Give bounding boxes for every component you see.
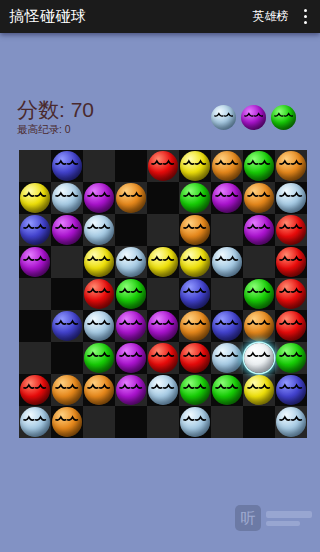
- ball-orange[interactable]: [84, 375, 114, 405]
- board-cell-r3c4[interactable]: [115, 214, 147, 246]
- closed-eyes-icon: [87, 286, 110, 295]
- best-record-text: 最高纪录: 0: [17, 123, 71, 137]
- ball-purple[interactable]: [212, 183, 242, 213]
- board-cell-r8c2[interactable]: [51, 374, 83, 406]
- ball-lightblue[interactable]: [180, 407, 210, 437]
- board-cell-r3c9[interactable]: [275, 214, 307, 246]
- board-cell-r7c8[interactable]: [243, 342, 275, 374]
- board-cell-r4c2[interactable]: [51, 246, 83, 278]
- closed-eyes-icon: [55, 158, 78, 167]
- closed-eyes-icon: [247, 222, 270, 231]
- app-title: 搞怪碰碰球: [9, 7, 87, 26]
- ball-green[interactable]: [276, 343, 306, 373]
- ball-white-selected[interactable]: [244, 343, 274, 373]
- board-cell-r4c3[interactable]: [83, 246, 115, 278]
- ball-red[interactable]: [276, 311, 306, 341]
- ball-orange[interactable]: [180, 215, 210, 245]
- ball-yellow[interactable]: [180, 247, 210, 277]
- closed-eyes-icon: [23, 382, 46, 391]
- leaderboard-button[interactable]: 英雄榜: [245, 2, 297, 31]
- board-cell-r5c5[interactable]: [147, 278, 179, 310]
- board-cell-r5c3[interactable]: [83, 278, 115, 310]
- board-cell-r7c5[interactable]: [147, 342, 179, 374]
- closed-eyes-icon: [183, 350, 206, 359]
- closed-eyes-icon: [215, 382, 238, 391]
- ball-blue[interactable]: [180, 279, 210, 309]
- ball-orange[interactable]: [244, 311, 274, 341]
- board-cell-r1c1[interactable]: [19, 150, 51, 182]
- ball-lightblue[interactable]: [212, 343, 242, 373]
- ball-lightblue[interactable]: [52, 183, 82, 213]
- board-cell-r9c2[interactable]: [51, 406, 83, 438]
- closed-eyes-icon: [55, 222, 78, 231]
- closed-eyes-icon: [247, 286, 270, 295]
- watermark-icon: 听: [235, 505, 261, 531]
- board-cell-r2c8[interactable]: [243, 182, 275, 214]
- board-cell-r2c9[interactable]: [275, 182, 307, 214]
- ball-green[interactable]: [244, 151, 274, 181]
- closed-eyes-icon: [87, 318, 110, 327]
- ball-red[interactable]: [180, 343, 210, 373]
- ball-lightblue[interactable]: [148, 375, 178, 405]
- closed-eyes-icon: [279, 414, 302, 423]
- board-cell-r8c7[interactable]: [211, 374, 243, 406]
- board-cell-r4c4[interactable]: [115, 246, 147, 278]
- board-cell-r1c3[interactable]: [83, 150, 115, 182]
- ball-orange[interactable]: [52, 375, 82, 405]
- board-cell-r5c4[interactable]: [115, 278, 147, 310]
- ball-purple[interactable]: [244, 215, 274, 245]
- ball-lightblue: [211, 105, 236, 130]
- board-cell-r4c6[interactable]: [179, 246, 211, 278]
- ball-red[interactable]: [276, 279, 306, 309]
- board-cell-r7c4[interactable]: [115, 342, 147, 374]
- closed-eyes-icon: [279, 350, 302, 359]
- ball-purple[interactable]: [52, 215, 82, 245]
- closed-eyes-icon: [183, 286, 206, 295]
- board-cell-r5c1[interactable]: [19, 278, 51, 310]
- board-cell-r2c4[interactable]: [115, 182, 147, 214]
- closed-eyes-icon: [183, 318, 206, 327]
- ball-purple[interactable]: [116, 375, 146, 405]
- board-cell-r9c3[interactable]: [83, 406, 115, 438]
- closed-eyes-icon: [23, 254, 46, 263]
- next-balls-preview: [211, 105, 296, 130]
- ball-yellow[interactable]: [180, 151, 210, 181]
- board-cell-r8c9[interactable]: [275, 374, 307, 406]
- closed-eyes-icon: [274, 111, 294, 118]
- app-bar: 搞怪碰碰球 英雄榜: [0, 0, 320, 33]
- closed-eyes-icon: [279, 254, 302, 263]
- closed-eyes-icon: [247, 382, 270, 391]
- closed-eyes-icon: [119, 286, 142, 295]
- board-cell-r5c7[interactable]: [211, 278, 243, 310]
- board-cell-r5c9[interactable]: [275, 278, 307, 310]
- ball-yellow[interactable]: [20, 183, 50, 213]
- ball-lightblue[interactable]: [84, 311, 114, 341]
- closed-eyes-icon: [244, 111, 264, 118]
- closed-eyes-icon: [214, 111, 234, 118]
- closed-eyes-icon: [119, 190, 142, 199]
- board-cell-r6c7[interactable]: [211, 310, 243, 342]
- ball-green[interactable]: [180, 375, 210, 405]
- closed-eyes-icon: [247, 158, 270, 167]
- board-cell-r5c2[interactable]: [51, 278, 83, 310]
- watermark-text-lines: [266, 511, 312, 526]
- board-cell-r3c5[interactable]: [147, 214, 179, 246]
- board-cell-r1c8[interactable]: [243, 150, 275, 182]
- board-cell-r6c4[interactable]: [115, 310, 147, 342]
- board-cell-r2c2[interactable]: [51, 182, 83, 214]
- closed-eyes-icon: [279, 222, 302, 231]
- board-cell-r1c7[interactable]: [211, 150, 243, 182]
- ball-green: [271, 105, 296, 130]
- board-cell-r5c6[interactable]: [179, 278, 211, 310]
- board-cell-r2c5[interactable]: [147, 182, 179, 214]
- board-cell-r5c8[interactable]: [243, 278, 275, 310]
- closed-eyes-icon: [151, 318, 174, 327]
- closed-eyes-icon: [183, 222, 206, 231]
- closed-eyes-icon: [87, 222, 110, 231]
- board-cell-r6c1[interactable]: [19, 310, 51, 342]
- board-cell-r6c9[interactable]: [275, 310, 307, 342]
- ball-lightblue[interactable]: [84, 215, 114, 245]
- closed-eyes-icon: [151, 254, 174, 263]
- ball-red[interactable]: [148, 151, 178, 181]
- ball-purple[interactable]: [84, 183, 114, 213]
- ball-lightblue[interactable]: [276, 407, 306, 437]
- ball-red[interactable]: [84, 279, 114, 309]
- closed-eyes-icon: [55, 318, 78, 327]
- ball-lightblue[interactable]: [116, 247, 146, 277]
- board-cell-r9c4[interactable]: [115, 406, 147, 438]
- board-cell-r8c5[interactable]: [147, 374, 179, 406]
- ball-blue[interactable]: [20, 215, 50, 245]
- board-cell-r3c8[interactable]: [243, 214, 275, 246]
- ball-purple[interactable]: [116, 343, 146, 373]
- ball-red[interactable]: [148, 343, 178, 373]
- ball-lightblue[interactable]: [276, 183, 306, 213]
- closed-eyes-icon: [215, 318, 238, 327]
- board-cell-r7c1[interactable]: [19, 342, 51, 374]
- board-cell-r6c5[interactable]: [147, 310, 179, 342]
- board-cell-r7c2[interactable]: [51, 342, 83, 374]
- board-cell-r8c1[interactable]: [19, 374, 51, 406]
- ball-orange[interactable]: [212, 151, 242, 181]
- board-cell-r7c7[interactable]: [211, 342, 243, 374]
- ball-purple: [241, 105, 266, 130]
- closed-eyes-icon: [23, 190, 46, 199]
- closed-eyes-icon: [279, 286, 302, 295]
- overflow-menu-icon[interactable]: [297, 4, 315, 30]
- board-cell-r3c1[interactable]: [19, 214, 51, 246]
- board-cell-r2c3[interactable]: [83, 182, 115, 214]
- ball-green[interactable]: [244, 279, 274, 309]
- board-cell-r7c6[interactable]: [179, 342, 211, 374]
- watermark: 听: [235, 505, 312, 531]
- ball-orange[interactable]: [180, 311, 210, 341]
- ball-lightblue[interactable]: [212, 247, 242, 277]
- board-cell-r8c6[interactable]: [179, 374, 211, 406]
- board-cell-r6c3[interactable]: [83, 310, 115, 342]
- board-cell-r4c5[interactable]: [147, 246, 179, 278]
- ball-yellow[interactable]: [148, 247, 178, 277]
- closed-eyes-icon: [215, 350, 238, 359]
- board-cell-r1c9[interactable]: [275, 150, 307, 182]
- board-cell-r7c9[interactable]: [275, 342, 307, 374]
- board-cell-r8c8[interactable]: [243, 374, 275, 406]
- ball-blue[interactable]: [276, 375, 306, 405]
- closed-eyes-icon: [55, 414, 78, 423]
- ball-orange[interactable]: [116, 183, 146, 213]
- ball-purple[interactable]: [20, 247, 50, 277]
- closed-eyes-icon: [183, 414, 206, 423]
- board-cell-r4c1[interactable]: [19, 246, 51, 278]
- ball-red[interactable]: [20, 375, 50, 405]
- ball-purple[interactable]: [148, 311, 178, 341]
- board-cell-r9c6[interactable]: [179, 406, 211, 438]
- ball-yellow[interactable]: [84, 247, 114, 277]
- closed-eyes-icon: [87, 350, 110, 359]
- score-text: 分数: 70: [17, 96, 94, 124]
- board-cell-r1c4[interactable]: [115, 150, 147, 182]
- ball-yellow[interactable]: [244, 375, 274, 405]
- closed-eyes-icon: [119, 318, 142, 327]
- closed-eyes-icon: [279, 158, 302, 167]
- closed-eyes-icon: [23, 222, 46, 231]
- board-cell-r9c5[interactable]: [147, 406, 179, 438]
- closed-eyes-icon: [183, 190, 206, 199]
- closed-eyes-icon: [279, 382, 302, 391]
- ball-orange[interactable]: [52, 407, 82, 437]
- ball-red[interactable]: [276, 247, 306, 277]
- game-board[interactable]: [19, 150, 307, 438]
- closed-eyes-icon: [87, 382, 110, 391]
- board-cell-r3c3[interactable]: [83, 214, 115, 246]
- closed-eyes-icon: [151, 350, 174, 359]
- ball-red[interactable]: [276, 215, 306, 245]
- board-cell-r6c8[interactable]: [243, 310, 275, 342]
- board-cell-r1c5[interactable]: [147, 150, 179, 182]
- closed-eyes-icon: [215, 158, 238, 167]
- board-cell-r3c2[interactable]: [51, 214, 83, 246]
- ball-orange[interactable]: [276, 151, 306, 181]
- closed-eyes-icon: [87, 190, 110, 199]
- closed-eyes-icon: [247, 190, 270, 199]
- closed-eyes-icon: [279, 190, 302, 199]
- board-cell-r3c6[interactable]: [179, 214, 211, 246]
- ball-green[interactable]: [212, 375, 242, 405]
- closed-eyes-icon: [87, 254, 110, 263]
- board-cell-r9c8[interactable]: [243, 406, 275, 438]
- closed-eyes-icon: [215, 254, 238, 263]
- closed-eyes-icon: [151, 382, 174, 391]
- board-cell-r2c6[interactable]: [179, 182, 211, 214]
- closed-eyes-icon: [183, 382, 206, 391]
- closed-eyes-icon: [279, 318, 302, 327]
- ball-orange[interactable]: [244, 183, 274, 213]
- closed-eyes-icon: [151, 158, 174, 167]
- closed-eyes-icon: [183, 254, 206, 263]
- board-cell-r4c9[interactable]: [275, 246, 307, 278]
- closed-eyes-icon: [183, 158, 206, 167]
- board-cell-r9c1[interactable]: [19, 406, 51, 438]
- board-cell-r9c7[interactable]: [211, 406, 243, 438]
- ball-green[interactable]: [84, 343, 114, 373]
- closed-eyes-icon: [23, 414, 46, 423]
- board-cell-r8c4[interactable]: [115, 374, 147, 406]
- board-cell-r2c7[interactable]: [211, 182, 243, 214]
- ball-green[interactable]: [180, 183, 210, 213]
- board-cell-r2c1[interactable]: [19, 182, 51, 214]
- closed-eyes-icon: [55, 382, 78, 391]
- board-cell-r6c2[interactable]: [51, 310, 83, 342]
- closed-eyes-icon: [119, 254, 142, 263]
- board-cell-r1c2[interactable]: [51, 150, 83, 182]
- closed-eyes-icon: [247, 350, 270, 359]
- closed-eyes-icon: [215, 190, 238, 199]
- closed-eyes-icon: [247, 318, 270, 327]
- ball-blue[interactable]: [212, 311, 242, 341]
- board-cell-r9c9[interactable]: [275, 406, 307, 438]
- ball-blue[interactable]: [52, 311, 82, 341]
- board-cell-r8c3[interactable]: [83, 374, 115, 406]
- board-cell-r7c3[interactable]: [83, 342, 115, 374]
- board-cell-r1c6[interactable]: [179, 150, 211, 182]
- board-cell-r4c8[interactable]: [243, 246, 275, 278]
- board-cell-r6c6[interactable]: [179, 310, 211, 342]
- board-cell-r3c7[interactable]: [211, 214, 243, 246]
- board-cell-r4c7[interactable]: [211, 246, 243, 278]
- ball-blue[interactable]: [52, 151, 82, 181]
- ball-purple[interactable]: [116, 311, 146, 341]
- ball-lightblue[interactable]: [20, 407, 50, 437]
- closed-eyes-icon: [119, 382, 142, 391]
- closed-eyes-icon: [55, 190, 78, 199]
- closed-eyes-icon: [119, 350, 142, 359]
- ball-green[interactable]: [116, 279, 146, 309]
